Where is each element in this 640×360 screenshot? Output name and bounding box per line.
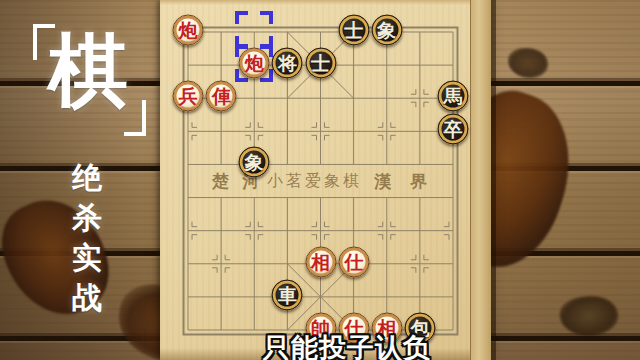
xiangqi-board[interactable]: 楚河 漢界 小茗爱象棋 炮炮兵俥相仕帥仕相士象将士馬卒象車包 bbox=[160, 0, 490, 360]
piece-glyph: 炮 bbox=[245, 54, 264, 73]
video-frame: 棋 绝 杀 实 战 楚河 漢界 小茗爱象棋 炮炮兵俥相仕帥仕相士象将士馬卒象車包… bbox=[0, 0, 640, 360]
piece-red-炮[interactable]: 炮 bbox=[239, 48, 270, 79]
piece-glyph: 象 bbox=[245, 153, 264, 172]
piece-glyph: 炮 bbox=[179, 21, 198, 40]
subtitle-char: 实 bbox=[72, 243, 102, 273]
piece-red-炮[interactable]: 炮 bbox=[173, 15, 204, 46]
dried-leaf bbox=[0, 184, 124, 333]
watermark-text: 小茗爱象棋 bbox=[267, 172, 362, 190]
piece-black-象[interactable]: 象 bbox=[239, 147, 270, 178]
piece-glyph: 仕 bbox=[344, 252, 363, 271]
piece-black-士[interactable]: 士 bbox=[338, 15, 369, 46]
piece-glyph: 象 bbox=[377, 21, 396, 40]
piece-glyph: 卒 bbox=[444, 120, 463, 139]
piece-glyph: 士 bbox=[311, 54, 330, 73]
subtitle-char: 绝 bbox=[72, 163, 102, 193]
piece-glyph: 馬 bbox=[444, 87, 463, 106]
wood-knot bbox=[557, 292, 620, 340]
piece-red-俥[interactable]: 俥 bbox=[206, 81, 237, 112]
piece-black-士[interactable]: 士 bbox=[305, 48, 336, 79]
piece-glyph: 兵 bbox=[179, 87, 198, 106]
wood-knot bbox=[508, 48, 548, 78]
bottom-caption: 只能投子认负 bbox=[263, 330, 431, 360]
piece-black-馬[interactable]: 馬 bbox=[438, 81, 469, 112]
piece-black-卒[interactable]: 卒 bbox=[438, 114, 469, 145]
piece-red-相[interactable]: 相 bbox=[305, 246, 336, 277]
piece-red-兵[interactable]: 兵 bbox=[173, 81, 204, 112]
piece-glyph: 相 bbox=[311, 252, 330, 271]
piece-black-象[interactable]: 象 bbox=[371, 15, 402, 46]
piece-glyph: 俥 bbox=[212, 87, 231, 106]
subtitle-char: 战 bbox=[72, 283, 102, 313]
piece-glyph: 士 bbox=[344, 21, 363, 40]
river-label-right: 漢界 bbox=[374, 171, 446, 191]
quote-bracket-close-icon bbox=[124, 100, 146, 136]
title-main-char: 棋 bbox=[48, 30, 128, 110]
piece-black-車[interactable]: 車 bbox=[272, 279, 303, 310]
piece-red-仕[interactable]: 仕 bbox=[338, 246, 369, 277]
title-subtitle: 绝 杀 实 战 bbox=[72, 163, 102, 313]
subtitle-char: 杀 bbox=[72, 203, 102, 233]
piece-glyph: 車 bbox=[278, 285, 297, 304]
piece-glyph: 将 bbox=[278, 54, 297, 73]
piece-black-将[interactable]: 将 bbox=[272, 48, 303, 79]
